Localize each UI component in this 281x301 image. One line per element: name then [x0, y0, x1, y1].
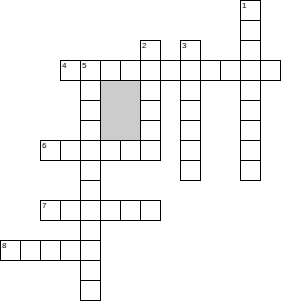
grid-cell-c9-r2[interactable] — [180, 40, 201, 61]
grid-cell-c11-r3[interactable] — [220, 60, 241, 81]
grid-cell-c7-r3[interactable] — [140, 60, 161, 81]
grid-cell-c3-r3[interactable] — [60, 60, 81, 81]
grid-cell-c4-r3[interactable] — [80, 60, 101, 81]
grid-cell-c5-r3[interactable] — [100, 60, 121, 81]
grid-cell-c7-r5[interactable] — [140, 100, 161, 121]
grid-cell-c2-r12[interactable] — [40, 240, 61, 261]
grid-cell-c4-r6[interactable] — [80, 120, 101, 141]
grid-cell-c12-r1[interactable] — [240, 20, 261, 41]
grid-cell-c4-r5[interactable] — [80, 100, 101, 121]
grid-cell-c5-r10[interactable] — [100, 200, 121, 221]
grid-cell-c1-r12[interactable] — [20, 240, 41, 261]
grid-cell-c7-r7[interactable] — [140, 140, 161, 161]
grid-cell-c4-r4[interactable] — [80, 80, 101, 101]
grid-cell-c12-r5[interactable] — [240, 100, 261, 121]
grid-cell-c2-r7[interactable] — [40, 140, 61, 161]
grid-cell-c6-r3[interactable] — [120, 60, 141, 81]
grid-cell-c12-r8[interactable] — [240, 160, 261, 181]
grid-cell-c7-r4[interactable] — [140, 80, 161, 101]
grid-cell-c0-r12[interactable] — [0, 240, 21, 261]
grid-cell-c9-r5[interactable] — [180, 100, 201, 121]
crossword-board: 12345678 — [0, 0, 281, 301]
grid-cell-c4-r10[interactable] — [80, 200, 101, 221]
grid-cell-c13-r3[interactable] — [260, 60, 281, 81]
grid-cell-c4-r13[interactable] — [80, 260, 101, 281]
grid-cell-c3-r10[interactable] — [60, 200, 81, 221]
grid-cell-c4-r12[interactable] — [80, 240, 101, 261]
grid-cell-c3-r12[interactable] — [60, 240, 81, 261]
grid-cell-c12-r6[interactable] — [240, 120, 261, 141]
grid-cell-c10-r3[interactable] — [200, 60, 221, 81]
grid-cell-c6-r10[interactable] — [120, 200, 141, 221]
grid-cell-c7-r2[interactable] — [140, 40, 161, 61]
shaded-image-region — [100, 80, 141, 141]
grid-cell-c9-r6[interactable] — [180, 120, 201, 141]
grid-cell-c8-r3[interactable] — [160, 60, 181, 81]
grid-cell-c12-r4[interactable] — [240, 80, 261, 101]
grid-cell-c3-r7[interactable] — [60, 140, 81, 161]
grid-cell-c2-r10[interactable] — [40, 200, 61, 221]
grid-cell-c12-r3[interactable] — [240, 60, 261, 81]
grid-cell-c9-r3[interactable] — [180, 60, 201, 81]
grid-cell-c4-r11[interactable] — [80, 220, 101, 241]
grid-cell-c5-r7[interactable] — [100, 140, 121, 161]
grid-cell-c4-r14[interactable] — [80, 280, 101, 301]
grid-cell-c6-r7[interactable] — [120, 140, 141, 161]
grid-cell-c4-r7[interactable] — [80, 140, 101, 161]
grid-cell-c7-r10[interactable] — [140, 200, 161, 221]
grid-cell-c4-r9[interactable] — [80, 180, 101, 201]
grid-cell-c12-r2[interactable] — [240, 40, 261, 61]
grid-cell-c4-r8[interactable] — [80, 160, 101, 181]
grid-cell-c9-r4[interactable] — [180, 80, 201, 101]
grid-cell-c12-r7[interactable] — [240, 140, 261, 161]
grid-cell-c9-r7[interactable] — [180, 140, 201, 161]
grid-cell-c9-r8[interactable] — [180, 160, 201, 181]
grid-cell-c7-r6[interactable] — [140, 120, 161, 141]
grid-cell-c12-r0[interactable] — [240, 0, 261, 21]
